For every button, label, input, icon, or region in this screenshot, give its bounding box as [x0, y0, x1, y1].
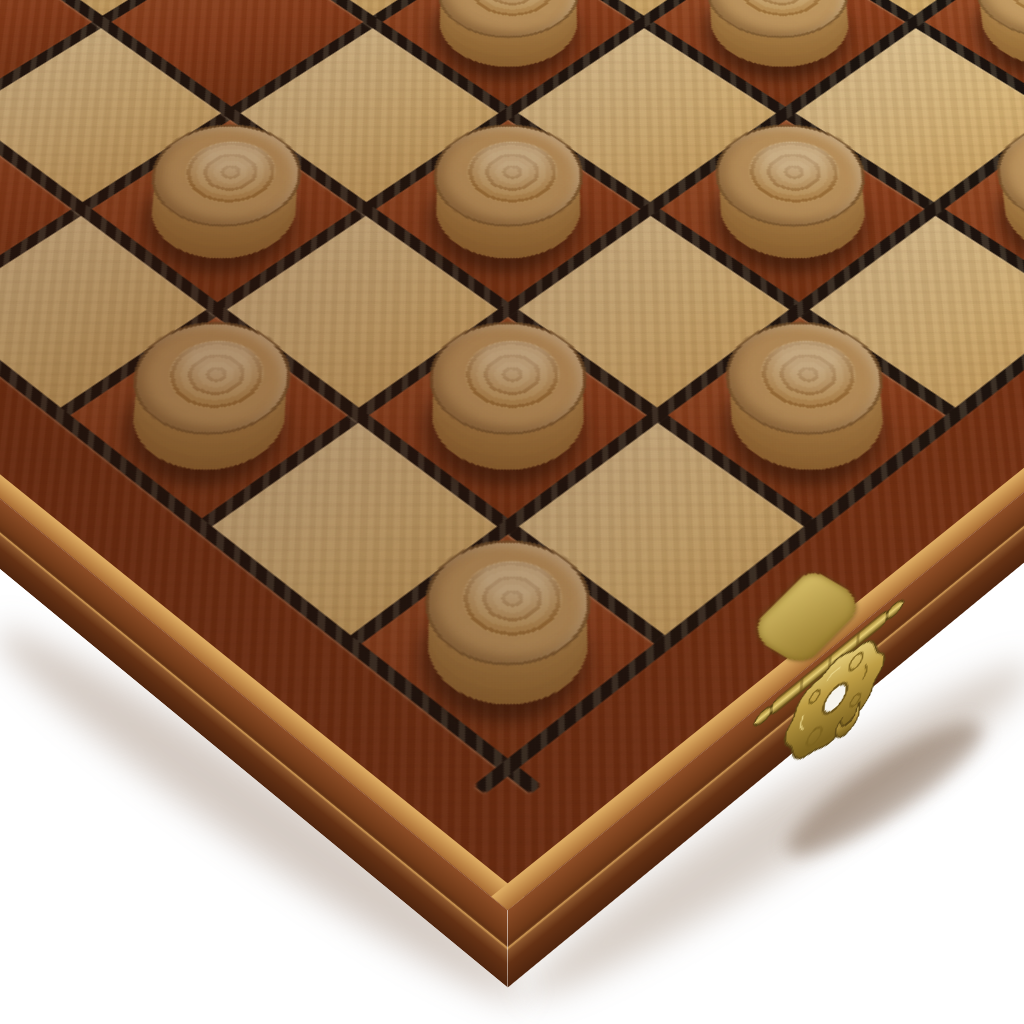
product-photo-stage — [0, 0, 1024, 1024]
scene-3d — [0, 0, 1024, 1024]
board-surface — [0, 0, 1024, 910]
